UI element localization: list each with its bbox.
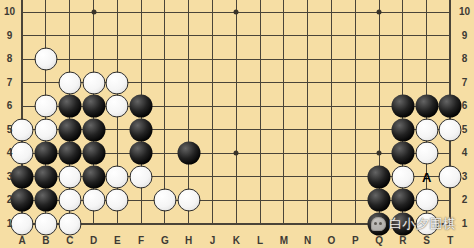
coord-right-6: 6 [462,101,468,111]
coord-bottom-G: G [161,236,169,246]
white-stone-B6 [34,95,57,118]
star-point-K10 [234,10,239,15]
coord-bottom-E: E [114,236,121,246]
coord-left-7: 7 [7,78,13,88]
black-stone-R4 [391,142,414,165]
marker-A-S3: A [422,170,431,183]
grid-line-col-K [236,0,237,225]
black-stone-D6 [82,95,105,118]
white-stone-B1 [34,212,57,235]
grid-line-col-N [307,0,308,225]
grid-line-col-J [212,0,213,225]
black-stone-C6 [58,95,81,118]
coord-bottom-L: L [257,236,263,246]
coord-bottom-S: S [423,236,430,246]
black-stone-D4 [82,142,105,165]
grid-line-col-L [260,0,261,225]
coord-right-4: 4 [462,148,468,158]
coord-bottom-Q: Q [375,236,383,246]
black-stone-Q2 [368,189,391,212]
coord-bottom-T: T [447,236,453,246]
coord-bottom-K: K [233,236,240,246]
coord-bottom-N: N [304,236,311,246]
grid-line-col-P [355,0,356,225]
coord-right-9: 9 [462,31,468,41]
coord-bottom-O: O [328,236,336,246]
star-point-D10 [91,10,96,15]
white-stone-F3 [130,165,153,188]
grid-line-col-M [283,0,284,225]
coord-bottom-H: H [185,236,192,246]
black-stone-T6 [439,95,462,118]
black-stone-R6 [391,95,414,118]
coord-left-4: 4 [7,148,13,158]
white-stone-A4 [11,142,34,165]
coord-right-3: 3 [462,172,468,182]
go-board-diagram: A ABCDEFGHJKLMNOPQRST1098765432110987654… [0,0,474,248]
coord-left-6: 6 [7,101,13,111]
coord-left-8: 8 [7,54,13,64]
white-stone-S2 [415,189,438,212]
white-stone-T3 [439,165,462,188]
star-point-K4 [234,151,239,156]
black-stone-H4 [177,142,200,165]
black-stone-B3 [34,165,57,188]
grid-line-row-8 [21,59,451,60]
white-stone-S4 [415,142,438,165]
coord-bottom-M: M [280,236,288,246]
grid-line-col-O [331,0,332,225]
coord-right-7: 7 [462,78,468,88]
black-stone-A3 [11,165,34,188]
white-stone-H2 [177,189,200,212]
grid-line-row-9 [21,35,451,36]
white-stone-E7 [106,71,129,94]
white-stone-G2 [153,189,176,212]
black-stone-B4 [34,142,57,165]
black-stone-F5 [130,118,153,141]
white-stone-B8 [34,48,57,71]
white-stone-C7 [58,71,81,94]
black-stone-R1 [391,212,414,235]
black-stone-F6 [130,95,153,118]
black-stone-C4 [58,142,81,165]
coord-right-8: 8 [462,54,468,64]
coord-right-1: 1 [462,219,468,229]
black-stone-A2 [11,189,34,212]
black-stone-B2 [34,189,57,212]
black-stone-R2 [391,189,414,212]
white-stone-E3 [106,165,129,188]
coord-right-2: 2 [462,195,468,205]
coord-bottom-J: J [210,236,216,246]
coord-bottom-B: B [42,236,49,246]
white-stone-A1 [11,212,34,235]
white-stone-D2 [82,189,105,212]
white-stone-B5 [34,118,57,141]
star-point-Q10 [377,10,382,15]
white-stone-C2 [58,189,81,212]
coord-bottom-D: D [90,236,97,246]
coord-bottom-A: A [19,236,26,246]
coord-bottom-F: F [138,236,144,246]
white-stone-D7 [82,71,105,94]
white-stone-R3 [391,165,414,188]
star-point-Q4 [377,151,382,156]
black-stone-C5 [58,118,81,141]
coord-bottom-C: C [66,236,73,246]
coord-left-5: 5 [7,125,13,135]
coord-bottom-P: P [352,236,359,246]
coord-left-2: 2 [7,195,13,205]
coord-left-3: 3 [7,172,13,182]
coord-left-9: 9 [7,31,13,41]
white-stone-E2 [106,189,129,212]
white-stone-T5 [439,118,462,141]
black-stone-S6 [415,95,438,118]
black-stone-F4 [130,142,153,165]
white-stone-A5 [11,118,34,141]
white-stone-S1 [415,212,438,235]
coord-bottom-R: R [399,236,406,246]
black-stone-D5 [82,118,105,141]
coord-left-10: 10 [4,7,15,17]
white-stone-C3 [58,165,81,188]
white-stone-C1 [58,212,81,235]
coord-left-1: 1 [7,219,13,229]
black-stone-R5 [391,118,414,141]
white-stone-E6 [106,95,129,118]
white-stone-S5 [415,118,438,141]
black-stone-Q1 [368,212,391,235]
coord-right-10: 10 [459,7,470,17]
black-stone-Q3 [368,165,391,188]
black-stone-D3 [82,165,105,188]
coord-right-5: 5 [462,125,468,135]
